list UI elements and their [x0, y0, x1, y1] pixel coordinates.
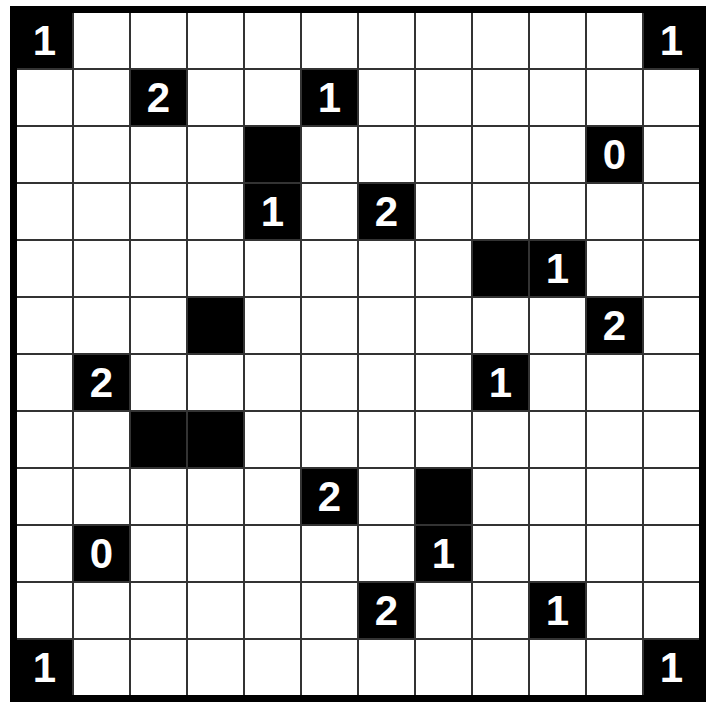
clue-wall-cell-r11c7: 2: [359, 583, 414, 638]
empty-cell-r10c5[interactable]: [245, 526, 300, 581]
empty-cell-r10c4[interactable]: [188, 526, 243, 581]
empty-cell-r11c1[interactable]: [17, 583, 72, 638]
empty-cell-r12c4[interactable]: [188, 640, 243, 695]
clue-wall-cell-r10c2: 0: [74, 526, 129, 581]
empty-cell-r9c10[interactable]: [530, 469, 585, 524]
empty-cell-r3c9[interactable]: [473, 127, 528, 182]
empty-cell-r8c5[interactable]: [245, 412, 300, 467]
empty-cell-r8c12[interactable]: [644, 412, 699, 467]
empty-cell-r3c2[interactable]: [74, 127, 129, 182]
empty-cell-r1c8[interactable]: [416, 13, 471, 68]
empty-cell-r6c1[interactable]: [17, 298, 72, 353]
empty-cell-r1c4[interactable]: [188, 13, 243, 68]
empty-cell-r12c5[interactable]: [245, 640, 300, 695]
empty-cell-r6c7[interactable]: [359, 298, 414, 353]
empty-cell-r5c12[interactable]: [644, 241, 699, 296]
empty-cell-r11c3[interactable]: [131, 583, 186, 638]
empty-cell-r10c10[interactable]: [530, 526, 585, 581]
clue-wall-cell-r6c11: 2: [587, 298, 642, 353]
empty-cell-r5c6[interactable]: [302, 241, 357, 296]
clue-wall-cell-r12c12: 1: [644, 640, 699, 695]
empty-cell-r2c9[interactable]: [473, 70, 528, 125]
empty-cell-r12c11[interactable]: [587, 640, 642, 695]
empty-cell-r12c7[interactable]: [359, 640, 414, 695]
empty-cell-r11c6[interactable]: [302, 583, 357, 638]
empty-cell-r11c12[interactable]: [644, 583, 699, 638]
empty-cell-r10c9[interactable]: [473, 526, 528, 581]
empty-cell-r2c8[interactable]: [416, 70, 471, 125]
wall-cell-r8c4: [188, 412, 243, 467]
empty-cell-r4c10[interactable]: [530, 184, 585, 239]
empty-cell-r7c11[interactable]: [587, 355, 642, 410]
empty-cell-r2c4[interactable]: [188, 70, 243, 125]
empty-cell-r5c2[interactable]: [74, 241, 129, 296]
clue-wall-cell-r10c8: 1: [416, 526, 471, 581]
empty-cell-r3c8[interactable]: [416, 127, 471, 182]
empty-cell-r7c7[interactable]: [359, 355, 414, 410]
empty-cell-r1c5[interactable]: [245, 13, 300, 68]
empty-cell-r8c1[interactable]: [17, 412, 72, 467]
empty-cell-r5c3[interactable]: [131, 241, 186, 296]
wall-cell-r9c8: [416, 469, 471, 524]
empty-cell-r3c3[interactable]: [131, 127, 186, 182]
wall-cell-r6c4: [188, 298, 243, 353]
empty-cell-r4c12[interactable]: [644, 184, 699, 239]
empty-cell-r12c3[interactable]: [131, 640, 186, 695]
empty-cell-r4c4[interactable]: [188, 184, 243, 239]
empty-cell-r4c2[interactable]: [74, 184, 129, 239]
empty-cell-r4c8[interactable]: [416, 184, 471, 239]
empty-cell-r4c6[interactable]: [302, 184, 357, 239]
empty-cell-r3c1[interactable]: [17, 127, 72, 182]
empty-cell-r6c2[interactable]: [74, 298, 129, 353]
clue-wall-cell-r1c1: 1: [17, 13, 72, 68]
empty-cell-r7c6[interactable]: [302, 355, 357, 410]
empty-cell-r9c4[interactable]: [188, 469, 243, 524]
empty-cell-r3c7[interactable]: [359, 127, 414, 182]
empty-cell-r9c3[interactable]: [131, 469, 186, 524]
empty-cell-r10c3[interactable]: [131, 526, 186, 581]
empty-cell-r9c7[interactable]: [359, 469, 414, 524]
empty-cell-r9c1[interactable]: [17, 469, 72, 524]
empty-cell-r10c1[interactable]: [17, 526, 72, 581]
clue-wall-cell-r3c11: 0: [587, 127, 642, 182]
empty-cell-r2c1[interactable]: [17, 70, 72, 125]
empty-cell-r5c11[interactable]: [587, 241, 642, 296]
empty-cell-r3c4[interactable]: [188, 127, 243, 182]
clue-wall-cell-r1c12: 1: [644, 13, 699, 68]
empty-cell-r8c9[interactable]: [473, 412, 528, 467]
empty-cell-r3c10[interactable]: [530, 127, 585, 182]
empty-cell-r7c8[interactable]: [416, 355, 471, 410]
clue-wall-cell-r9c6: 2: [302, 469, 357, 524]
empty-cell-r9c2[interactable]: [74, 469, 129, 524]
empty-cell-r6c8[interactable]: [416, 298, 471, 353]
empty-cell-r9c11[interactable]: [587, 469, 642, 524]
empty-cell-r7c3[interactable]: [131, 355, 186, 410]
empty-cell-r1c2[interactable]: [74, 13, 129, 68]
empty-cell-r6c9[interactable]: [473, 298, 528, 353]
empty-cell-r12c8[interactable]: [416, 640, 471, 695]
empty-cell-r5c5[interactable]: [245, 241, 300, 296]
clue-wall-cell-r11c10: 1: [530, 583, 585, 638]
empty-cell-r11c9[interactable]: [473, 583, 528, 638]
empty-cell-r8c6[interactable]: [302, 412, 357, 467]
empty-cell-r1c9[interactable]: [473, 13, 528, 68]
empty-cell-r6c5[interactable]: [245, 298, 300, 353]
empty-cell-r8c8[interactable]: [416, 412, 471, 467]
empty-cell-r1c10[interactable]: [530, 13, 585, 68]
wall-cell-r8c3: [131, 412, 186, 467]
empty-cell-r2c12[interactable]: [644, 70, 699, 125]
empty-cell-r7c12[interactable]: [644, 355, 699, 410]
empty-cell-r2c10[interactable]: [530, 70, 585, 125]
empty-cell-r4c1[interactable]: [17, 184, 72, 239]
empty-cell-r10c7[interactable]: [359, 526, 414, 581]
empty-cell-r4c9[interactable]: [473, 184, 528, 239]
clue-wall-cell-r7c9: 1: [473, 355, 528, 410]
clue-wall-cell-r2c6: 1: [302, 70, 357, 125]
empty-cell-r7c4[interactable]: [188, 355, 243, 410]
empty-cell-r2c11[interactable]: [587, 70, 642, 125]
empty-cell-r8c11[interactable]: [587, 412, 642, 467]
empty-cell-r6c12[interactable]: [644, 298, 699, 353]
empty-cell-r9c9[interactable]: [473, 469, 528, 524]
empty-cell-r6c3[interactable]: [131, 298, 186, 353]
empty-cell-r11c2[interactable]: [74, 583, 129, 638]
empty-cell-r5c4[interactable]: [188, 241, 243, 296]
empty-cell-r4c11[interactable]: [587, 184, 642, 239]
empty-cell-r3c12[interactable]: [644, 127, 699, 182]
clue-wall-cell-r4c5: 1: [245, 184, 300, 239]
empty-cell-r12c9[interactable]: [473, 640, 528, 695]
clue-wall-cell-r4c7: 2: [359, 184, 414, 239]
empty-cell-r4c3[interactable]: [131, 184, 186, 239]
empty-cell-r3c6[interactable]: [302, 127, 357, 182]
empty-cell-r2c2[interactable]: [74, 70, 129, 125]
empty-cell-r10c11[interactable]: [587, 526, 642, 581]
wall-cell-r3c5: [245, 127, 300, 182]
empty-cell-r11c11[interactable]: [587, 583, 642, 638]
empty-cell-r11c5[interactable]: [245, 583, 300, 638]
empty-cell-r12c10[interactable]: [530, 640, 585, 695]
empty-cell-r11c4[interactable]: [188, 583, 243, 638]
empty-cell-r5c1[interactable]: [17, 241, 72, 296]
empty-cell-r6c6[interactable]: [302, 298, 357, 353]
clue-wall-cell-r12c1: 1: [17, 640, 72, 695]
wall-cell-r5c9: [473, 241, 528, 296]
empty-cell-r2c7[interactable]: [359, 70, 414, 125]
empty-cell-r2c5[interactable]: [245, 70, 300, 125]
empty-cell-r10c12[interactable]: [644, 526, 699, 581]
empty-cell-r7c5[interactable]: [245, 355, 300, 410]
empty-cell-r12c2[interactable]: [74, 640, 129, 695]
empty-cell-r9c5[interactable]: [245, 469, 300, 524]
empty-cell-r1c6[interactable]: [302, 13, 357, 68]
clue-wall-cell-r2c3: 2: [131, 70, 186, 125]
clue-wall-cell-r5c10: 1: [530, 241, 585, 296]
empty-cell-r6c10[interactable]: [530, 298, 585, 353]
empty-cell-r1c3[interactable]: [131, 13, 186, 68]
clue-wall-cell-r7c2: 2: [74, 355, 129, 410]
empty-cell-r5c8[interactable]: [416, 241, 471, 296]
empty-cell-r8c10[interactable]: [530, 412, 585, 467]
empty-cell-r10c6[interactable]: [302, 526, 357, 581]
akari-board: 112101212212012111: [10, 6, 706, 702]
empty-cell-r8c2[interactable]: [74, 412, 129, 467]
empty-cell-r8c7[interactable]: [359, 412, 414, 467]
empty-cell-r1c11[interactable]: [587, 13, 642, 68]
empty-cell-r7c1[interactable]: [17, 355, 72, 410]
empty-cell-r11c8[interactable]: [416, 583, 471, 638]
empty-cell-r1c7[interactable]: [359, 13, 414, 68]
empty-cell-r12c6[interactable]: [302, 640, 357, 695]
empty-cell-r9c12[interactable]: [644, 469, 699, 524]
empty-cell-r5c7[interactable]: [359, 241, 414, 296]
empty-cell-r7c10[interactable]: [530, 355, 585, 410]
